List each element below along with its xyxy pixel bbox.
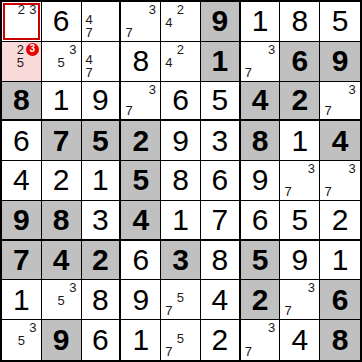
candidate-3: 3 bbox=[266, 43, 278, 56]
solved-digit: 8 bbox=[172, 165, 189, 195]
solved-digit: 8 bbox=[132, 46, 149, 76]
cell-r5c9[interactable]: 37 bbox=[320, 161, 360, 201]
candidate-3: 3 bbox=[147, 83, 159, 96]
given-digit: 7 bbox=[53, 126, 70, 156]
cell-r8c3[interactable]: 8 bbox=[82, 280, 122, 320]
cell-r6c5[interactable]: 1 bbox=[161, 201, 201, 241]
candidate-4: 4 bbox=[163, 16, 175, 29]
cell-r2c4[interactable]: 8 bbox=[121, 42, 161, 82]
candidate-grid: 47 bbox=[84, 3, 118, 39]
cell-r5c6[interactable]: 6 bbox=[201, 161, 241, 201]
given-digit: 2 bbox=[132, 126, 149, 156]
cell-r6c2[interactable]: 8 bbox=[42, 201, 82, 241]
cell-r9c9[interactable]: 8 bbox=[320, 320, 360, 360]
cell-r8c8[interactable]: 37 bbox=[280, 280, 320, 320]
solved-digit: 6 bbox=[132, 245, 149, 275]
candidate-4: 4 bbox=[84, 13, 95, 26]
cell-r9c7[interactable]: 37 bbox=[241, 320, 281, 360]
candidate-5: 5 bbox=[175, 291, 187, 304]
cell-r1c9[interactable]: 5 bbox=[320, 2, 360, 42]
cell-r6c8[interactable]: 5 bbox=[280, 201, 320, 241]
candidate-grid: 35 bbox=[44, 43, 79, 79]
cell-r2c9[interactable]: 9 bbox=[320, 42, 360, 82]
cell-r5c7[interactable]: 9 bbox=[241, 161, 281, 201]
cell-r9c2[interactable]: 9 bbox=[42, 320, 82, 360]
cell-r1c6[interactable]: 9 bbox=[201, 2, 241, 42]
solved-digit: 1 bbox=[291, 126, 308, 156]
cell-r6c4[interactable]: 4 bbox=[121, 201, 161, 241]
candidate-3: 3 bbox=[67, 281, 79, 294]
cell-r7c3[interactable]: 2 bbox=[82, 241, 122, 281]
cell-r5c1[interactable]: 4 bbox=[2, 161, 42, 201]
cell-r1c8[interactable]: 8 bbox=[280, 2, 320, 42]
candidate-grid: 24 bbox=[163, 3, 198, 39]
solved-digit: 1 bbox=[332, 245, 349, 275]
candidate-grid: 37 bbox=[322, 162, 358, 198]
solved-digit: 2 bbox=[332, 205, 349, 235]
solved-digit: 6 bbox=[13, 126, 30, 156]
candidate-2: 2 bbox=[15, 43, 26, 56]
solved-digit: 5 bbox=[291, 205, 308, 235]
solved-digit: 1 bbox=[172, 205, 189, 235]
candidate-grid: 37 bbox=[322, 83, 358, 118]
cell-r5c5[interactable]: 8 bbox=[161, 161, 201, 201]
candidate-7: 7 bbox=[282, 304, 294, 317]
cell-r3c6[interactable]: 5 bbox=[201, 82, 241, 122]
cell-r6c6[interactable]: 7 bbox=[201, 201, 241, 241]
solved-digit: 1 bbox=[53, 85, 70, 115]
given-digit: 5 bbox=[252, 245, 269, 275]
given-digit: 7 bbox=[13, 245, 30, 275]
solved-digit: 9 bbox=[172, 126, 189, 156]
cell-r9c3[interactable]: 6 bbox=[82, 320, 122, 360]
candidate-3: 3 bbox=[27, 3, 39, 16]
cell-r6c3[interactable]: 3 bbox=[82, 201, 122, 241]
cell-r1c7[interactable]: 1 bbox=[241, 2, 281, 42]
solved-digit: 2 bbox=[211, 325, 228, 355]
given-digit: 3 bbox=[172, 245, 189, 275]
cell-r4c3[interactable]: 5 bbox=[82, 121, 122, 161]
cell-r1c3[interactable]: 47 bbox=[82, 2, 122, 42]
candidate-3: 3 bbox=[306, 162, 318, 175]
candidate-3: 3 bbox=[346, 162, 358, 175]
cell-r7c2[interactable]: 4 bbox=[42, 241, 82, 281]
candidate-3: 3 bbox=[147, 3, 159, 16]
cell-r2c5[interactable]: 24 bbox=[161, 42, 201, 82]
candidate-grid: 37 bbox=[123, 83, 158, 118]
given-digit: 2 bbox=[92, 245, 109, 275]
solved-digit: 1 bbox=[92, 165, 109, 195]
candidate-7: 7 bbox=[243, 345, 255, 358]
given-digit: 5 bbox=[132, 165, 149, 195]
given-digit: 8 bbox=[332, 325, 349, 355]
candidate-4: 4 bbox=[163, 56, 175, 69]
candidate-grid: 37 bbox=[123, 3, 158, 39]
candidate-grid: 57 bbox=[163, 321, 198, 358]
solved-digit: 8 bbox=[211, 245, 228, 275]
solved-digit: 8 bbox=[92, 285, 109, 315]
given-digit: 8 bbox=[53, 205, 70, 235]
given-digit: 9 bbox=[13, 205, 30, 235]
candidate-grid: 24 bbox=[163, 43, 198, 79]
solved-digit: 1 bbox=[132, 325, 149, 355]
given-digit: 8 bbox=[252, 126, 269, 156]
solved-digit: 5 bbox=[211, 85, 228, 115]
cell-r2c8[interactable]: 6 bbox=[280, 42, 320, 82]
candidate-3: 3 bbox=[346, 83, 358, 96]
cell-r3c8[interactable]: 2 bbox=[280, 82, 320, 122]
cell-r2c3[interactable]: 47 bbox=[82, 42, 122, 82]
solved-digit: 4 bbox=[291, 325, 308, 355]
cell-r5c2[interactable]: 2 bbox=[42, 161, 82, 201]
cell-r4c1[interactable]: 6 bbox=[2, 121, 42, 161]
cell-r7c6[interactable]: 8 bbox=[201, 241, 241, 281]
candidate-3: 3 bbox=[27, 321, 39, 334]
given-digit: 4 bbox=[132, 205, 149, 235]
candidate-grid: 37 bbox=[282, 162, 317, 198]
cell-r4c6[interactable]: 3 bbox=[201, 121, 241, 161]
cell-r9c6[interactable]: 2 bbox=[201, 320, 241, 360]
cell-r8c7[interactable]: 2 bbox=[241, 280, 281, 320]
candidate-4: 4 bbox=[84, 53, 95, 66]
solved-digit: 2 bbox=[53, 165, 70, 195]
cell-r7c4[interactable]: 6 bbox=[121, 241, 161, 281]
given-digit: 4 bbox=[332, 126, 349, 156]
candidate-2: 2 bbox=[175, 43, 187, 56]
cell-r7c9[interactable]: 1 bbox=[320, 241, 360, 281]
solved-digit: 1 bbox=[13, 285, 30, 315]
cell-r4c4[interactable]: 2 bbox=[121, 121, 161, 161]
given-digit: 9 bbox=[211, 6, 228, 36]
solved-digit: 9 bbox=[92, 85, 109, 115]
cell-r8c2[interactable]: 35 bbox=[42, 280, 82, 320]
cell-r2c1[interactable]: 253 bbox=[2, 42, 42, 82]
cell-r3c5[interactable]: 6 bbox=[161, 82, 201, 122]
candidate-5: 5 bbox=[16, 334, 28, 347]
circled-candidate-3: 3 bbox=[26, 43, 39, 56]
given-digit: 8 bbox=[13, 85, 30, 115]
cell-r1c4[interactable]: 37 bbox=[121, 2, 161, 42]
cell-r7c1[interactable]: 7 bbox=[2, 241, 42, 281]
cell-r6c9[interactable]: 2 bbox=[320, 201, 360, 241]
candidate-grid: 37 bbox=[282, 281, 317, 317]
cell-r4c7[interactable]: 8 bbox=[241, 121, 281, 161]
cell-r1c2[interactable]: 6 bbox=[42, 2, 82, 42]
solved-digit: 8 bbox=[291, 6, 308, 36]
candidate-5: 5 bbox=[175, 332, 187, 345]
cell-r8c5[interactable]: 57 bbox=[161, 280, 201, 320]
solved-digit: 9 bbox=[132, 285, 149, 315]
cell-r2c2[interactable]: 35 bbox=[42, 42, 82, 82]
solved-digit: 6 bbox=[172, 85, 189, 115]
cell-r3c4[interactable]: 37 bbox=[121, 82, 161, 122]
solved-digit: 3 bbox=[92, 205, 109, 235]
candidate-7: 7 bbox=[84, 66, 95, 79]
candidate-3: 3 bbox=[266, 321, 278, 334]
solved-digit: 6 bbox=[252, 205, 269, 235]
candidate-grid: 253 bbox=[4, 43, 39, 79]
candidate-grid: 37 bbox=[243, 43, 278, 79]
given-digit: 2 bbox=[252, 285, 269, 315]
given-digit: 2 bbox=[291, 85, 308, 115]
cell-r8c6[interactable]: 4 bbox=[201, 280, 241, 320]
cell-r3c7[interactable]: 4 bbox=[241, 82, 281, 122]
cell-r7c5[interactable]: 3 bbox=[161, 241, 201, 281]
candidate-7: 7 bbox=[243, 66, 255, 79]
cell-r8c4[interactable]: 9 bbox=[121, 280, 161, 320]
candidate-grid: 35 bbox=[44, 281, 79, 317]
cell-r4c8[interactable]: 1 bbox=[280, 121, 320, 161]
candidate-grid: 47 bbox=[84, 43, 118, 79]
candidate-7: 7 bbox=[123, 104, 135, 117]
solved-digit: 6 bbox=[92, 325, 109, 355]
solved-digit: 4 bbox=[211, 285, 228, 315]
cell-r7c7[interactable]: 5 bbox=[241, 241, 281, 281]
candidate-2: 2 bbox=[175, 3, 187, 16]
cell-r9c8[interactable]: 4 bbox=[280, 320, 320, 360]
solved-digit: 3 bbox=[211, 126, 228, 156]
given-digit: 6 bbox=[332, 285, 349, 315]
candidate-7: 7 bbox=[322, 104, 334, 117]
given-digit: 4 bbox=[53, 245, 70, 275]
candidate-3: 3 bbox=[67, 43, 79, 56]
cell-r1c5[interactable]: 24 bbox=[161, 2, 201, 42]
cell-r9c1[interactable]: 35 bbox=[2, 320, 42, 360]
candidate-5: 5 bbox=[55, 294, 67, 307]
cell-r4c2[interactable]: 7 bbox=[42, 121, 82, 161]
solved-digit: 5 bbox=[332, 6, 349, 36]
solved-digit: 1 bbox=[252, 6, 269, 36]
cell-r5c3[interactable]: 1 bbox=[82, 161, 122, 201]
cell-r9c5[interactable]: 57 bbox=[161, 320, 201, 360]
candidate-7: 7 bbox=[163, 345, 175, 358]
given-digit: 6 bbox=[291, 46, 308, 76]
cell-r4c9[interactable]: 4 bbox=[320, 121, 360, 161]
cell-r4c5[interactable]: 9 bbox=[161, 121, 201, 161]
solved-digit: 6 bbox=[53, 6, 70, 36]
given-digit: 5 bbox=[92, 126, 109, 156]
cell-r3c9[interactable]: 37 bbox=[320, 82, 360, 122]
cell-r2c7[interactable]: 37 bbox=[241, 42, 281, 82]
cell-r3c2[interactable]: 1 bbox=[42, 82, 82, 122]
candidate-5: 5 bbox=[55, 56, 67, 69]
cell-r6c1[interactable]: 9 bbox=[2, 201, 42, 241]
solved-digit: 9 bbox=[291, 245, 308, 275]
cell-r6c7[interactable]: 6 bbox=[241, 201, 281, 241]
cell-r2c6[interactable]: 1 bbox=[201, 42, 241, 82]
solved-digit: 9 bbox=[252, 165, 269, 195]
candidate-2: 2 bbox=[16, 3, 28, 16]
candidate-grid: 23 bbox=[4, 3, 39, 39]
cell-r1c1[interactable]: 23 bbox=[2, 2, 42, 42]
sudoku-board: 2364737249185253354782413769819376542376… bbox=[0, 0, 362, 362]
cell-r3c1[interactable]: 8 bbox=[2, 82, 42, 122]
given-digit: 9 bbox=[332, 46, 349, 76]
cell-r9c4[interactable]: 1 bbox=[121, 320, 161, 360]
candidate-7: 7 bbox=[163, 304, 175, 317]
solved-digit: 6 bbox=[211, 165, 228, 195]
cell-r5c8[interactable]: 37 bbox=[280, 161, 320, 201]
given-digit: 1 bbox=[211, 46, 228, 76]
solved-digit: 4 bbox=[13, 165, 30, 195]
candidate-7: 7 bbox=[123, 26, 135, 39]
candidate-grid: 35 bbox=[4, 321, 39, 358]
given-digit: 4 bbox=[252, 85, 269, 115]
cell-r7c8[interactable]: 9 bbox=[280, 241, 320, 281]
solved-digit: 7 bbox=[211, 205, 228, 235]
given-digit: 9 bbox=[53, 325, 70, 355]
candidate-7: 7 bbox=[282, 185, 294, 198]
candidate-grid: 57 bbox=[163, 281, 198, 317]
candidate-3: 3 bbox=[306, 281, 318, 294]
candidate-5: 5 bbox=[15, 56, 26, 69]
cell-r8c9[interactable]: 6 bbox=[320, 280, 360, 320]
candidate-grid: 37 bbox=[243, 321, 278, 358]
cell-r8c1[interactable]: 1 bbox=[2, 280, 42, 320]
candidate-7: 7 bbox=[322, 185, 334, 198]
candidate-7: 7 bbox=[84, 26, 95, 39]
cell-r5c4[interactable]: 5 bbox=[121, 161, 161, 201]
cell-r3c3[interactable]: 9 bbox=[82, 82, 122, 122]
